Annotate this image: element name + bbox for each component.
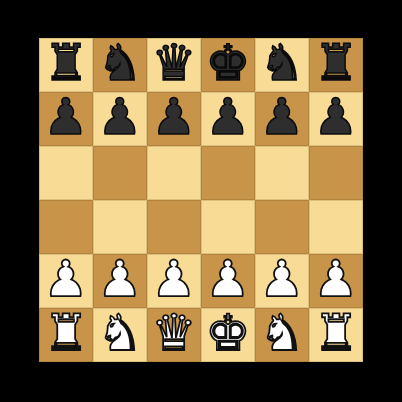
square-a4[interactable]: [39, 146, 93, 200]
square-e3[interactable]: [255, 200, 309, 254]
black-pawn[interactable]: ♟: [260, 90, 305, 144]
square-a1[interactable]: ♜: [39, 308, 93, 362]
white-knight[interactable]: ♞: [98, 306, 143, 360]
white-pawn[interactable]: ♟: [44, 252, 89, 306]
square-f5[interactable]: ♟: [309, 92, 363, 146]
square-e4[interactable]: [255, 146, 309, 200]
square-f3[interactable]: [309, 200, 363, 254]
square-d3[interactable]: [201, 200, 255, 254]
black-pawn[interactable]: ♟: [314, 90, 359, 144]
square-c6[interactable]: ♛: [147, 38, 201, 92]
square-c5[interactable]: ♟: [147, 92, 201, 146]
square-c4[interactable]: [147, 146, 201, 200]
square-c1[interactable]: ♛: [147, 308, 201, 362]
black-pawn[interactable]: ♟: [152, 90, 197, 144]
square-e2[interactable]: ♟: [255, 254, 309, 308]
white-rook[interactable]: ♜: [44, 306, 89, 360]
square-a2[interactable]: ♟: [39, 254, 93, 308]
black-pawn[interactable]: ♟: [206, 90, 251, 144]
white-pawn[interactable]: ♟: [314, 252, 359, 306]
black-pawn[interactable]: ♟: [98, 90, 143, 144]
white-knight[interactable]: ♞: [260, 306, 305, 360]
square-b3[interactable]: [93, 200, 147, 254]
square-f6[interactable]: ♜: [309, 38, 363, 92]
square-b2[interactable]: ♟: [93, 254, 147, 308]
square-b1[interactable]: ♞: [93, 308, 147, 362]
white-rook[interactable]: ♜: [314, 306, 359, 360]
square-b5[interactable]: ♟: [93, 92, 147, 146]
white-pawn[interactable]: ♟: [206, 252, 251, 306]
square-d4[interactable]: [201, 146, 255, 200]
square-b6[interactable]: ♞: [93, 38, 147, 92]
black-knight[interactable]: ♞: [260, 36, 305, 90]
black-pawn[interactable]: ♟: [44, 90, 89, 144]
square-e1[interactable]: ♞: [255, 308, 309, 362]
white-pawn[interactable]: ♟: [98, 252, 143, 306]
square-e6[interactable]: ♞: [255, 38, 309, 92]
square-b4[interactable]: [93, 146, 147, 200]
chess-board: ♜♞♛♚♞♜♟♟♟♟♟♟♟♟♟♟♟♟♜♞♛♚♞♜: [39, 38, 363, 362]
white-pawn[interactable]: ♟: [260, 252, 305, 306]
black-rook[interactable]: ♜: [314, 36, 359, 90]
square-e5[interactable]: ♟: [255, 92, 309, 146]
square-d6[interactable]: ♚: [201, 38, 255, 92]
white-king[interactable]: ♚: [206, 306, 251, 360]
black-rook[interactable]: ♜: [44, 36, 89, 90]
square-f4[interactable]: [309, 146, 363, 200]
square-f1[interactable]: ♜: [309, 308, 363, 362]
black-queen[interactable]: ♛: [152, 36, 197, 90]
square-f2[interactable]: ♟: [309, 254, 363, 308]
square-d5[interactable]: ♟: [201, 92, 255, 146]
black-king[interactable]: ♚: [206, 36, 251, 90]
page-background: ♜♞♛♚♞♜♟♟♟♟♟♟♟♟♟♟♟♟♜♞♛♚♞♜: [0, 0, 402, 402]
square-a5[interactable]: ♟: [39, 92, 93, 146]
white-pawn[interactable]: ♟: [152, 252, 197, 306]
square-a6[interactable]: ♜: [39, 38, 93, 92]
square-d1[interactable]: ♚: [201, 308, 255, 362]
black-knight[interactable]: ♞: [98, 36, 143, 90]
square-d2[interactable]: ♟: [201, 254, 255, 308]
square-c3[interactable]: [147, 200, 201, 254]
square-c2[interactable]: ♟: [147, 254, 201, 308]
square-a3[interactable]: [39, 200, 93, 254]
white-queen[interactable]: ♛: [152, 306, 197, 360]
